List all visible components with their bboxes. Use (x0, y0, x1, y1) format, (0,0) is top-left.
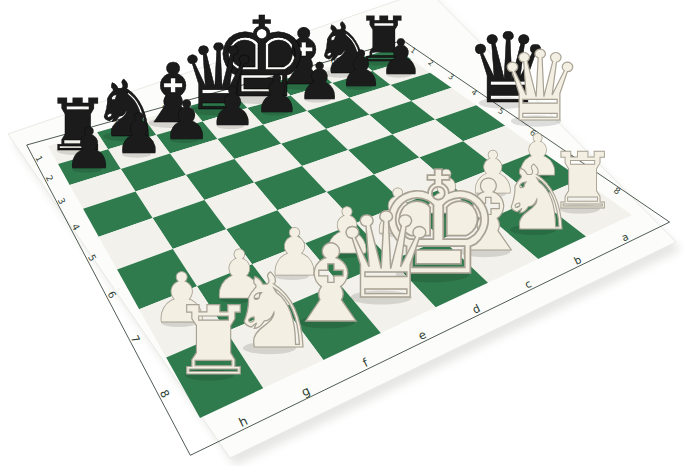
rank-label-7-left: 7 (128, 333, 143, 345)
chess-board-scene: 1122334455667788aabbccddeeffgghh♜♞♟♝♟♚♟♛… (0, 0, 684, 466)
piece-black-pawn-e2[interactable]: ♟ (209, 76, 257, 138)
piece-black-pawn-h2[interactable]: ♟ (64, 115, 115, 181)
piece-white-rook-h8[interactable]: ♜ (171, 286, 256, 396)
piece-black-pawn-a2[interactable]: ♟ (379, 29, 423, 86)
piece-black-pawn-c2[interactable]: ♟ (297, 52, 343, 111)
piece-black-pawn-d2[interactable]: ♟ (254, 64, 301, 124)
chess-set-product-photo: 1122334455667788aabbccddeeffgghh♜♞♟♝♟♚♟♛… (0, 0, 684, 466)
piece-black-pawn-g2[interactable]: ♟ (114, 101, 164, 166)
piece-black-pawn-f2[interactable]: ♟ (162, 89, 211, 152)
piece-black-pawn-b2[interactable]: ♟ (339, 40, 384, 98)
